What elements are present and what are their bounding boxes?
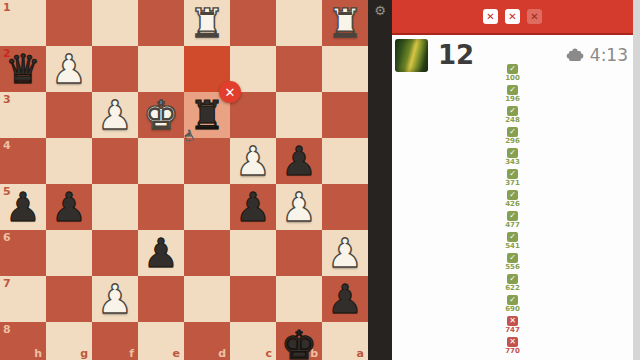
square-f5[interactable] (92, 184, 138, 230)
check-icon: ✓ (507, 211, 518, 221)
strike-indicator-2: ✕ (505, 9, 520, 24)
check-icon: ✓ (507, 190, 518, 200)
file-label: h (34, 348, 42, 359)
strike-indicator-1: ✕ (483, 9, 498, 24)
puzzle-rating: 556 (505, 264, 520, 271)
square-f4[interactable] (92, 138, 138, 184)
square-h8[interactable]: 8h (0, 322, 46, 360)
square-e6[interactable]: ♟ (138, 230, 184, 276)
square-c7[interactable] (230, 276, 276, 322)
check-icon: ✓ (507, 169, 518, 179)
square-h4[interactable]: 4 (0, 138, 46, 184)
puzzle-rating: 248 (505, 117, 520, 124)
black-piece-p-c5[interactable]: ♟ (230, 184, 276, 230)
check-icon: ✓ (507, 106, 518, 116)
square-e8[interactable]: e (138, 322, 184, 360)
puzzle-result-item: ✓296 (505, 127, 520, 145)
square-b3[interactable] (276, 92, 322, 138)
square-e1[interactable] (138, 0, 184, 46)
rank-label: 7 (3, 278, 11, 289)
white-piece-p-c4[interactable]: ♟ (230, 138, 276, 184)
square-a6[interactable]: ♟ (322, 230, 368, 276)
square-h1[interactable]: 1 (0, 0, 46, 46)
white-piece-r-d1[interactable]: ♜ (184, 0, 230, 46)
check-icon: ✓ (507, 85, 518, 95)
puzzle-rating: 541 (505, 243, 520, 250)
square-g1[interactable] (46, 0, 92, 46)
check-icon: ✓ (507, 253, 518, 263)
square-h7[interactable]: 7 (0, 276, 46, 322)
rank-label: 3 (3, 94, 11, 105)
black-piece-p-e6[interactable]: ♟ (138, 230, 184, 276)
check-icon: ✓ (507, 148, 518, 158)
square-f7[interactable]: ♟ (92, 276, 138, 322)
square-g6[interactable] (46, 230, 92, 276)
puzzle-rating: 343 (505, 159, 520, 166)
cross-icon: ✕ (507, 337, 518, 347)
square-d4[interactable] (184, 138, 230, 184)
square-c6[interactable] (230, 230, 276, 276)
square-e7[interactable] (138, 276, 184, 322)
square-a7[interactable]: ♟ (322, 276, 368, 322)
square-a1[interactable]: ♜ (322, 0, 368, 46)
black-piece-p-a7[interactable]: ♟ (322, 276, 368, 322)
square-f2[interactable] (92, 46, 138, 92)
file-label: c (265, 348, 272, 359)
square-g2[interactable]: ♟ (46, 46, 92, 92)
puzzle-result-item: ✓343 (505, 148, 520, 166)
square-a3[interactable] (322, 92, 368, 138)
rank-label: 2 (3, 48, 11, 59)
white-piece-r-a1[interactable]: ♜ (322, 0, 368, 46)
square-b1[interactable] (276, 0, 322, 46)
puzzle-rating: 296 (505, 138, 520, 145)
file-label: a (357, 348, 364, 359)
puzzle-rush-screen: 1♜♜2♛♟3♟♚♜4♟♟5♟♟♟♟6♟♟7♟♟8hgfedcb♚a ✕ ☝ ⚙… (0, 0, 640, 360)
square-h3[interactable]: 3 (0, 92, 46, 138)
square-g4[interactable] (46, 138, 92, 184)
white-piece-p-g2[interactable]: ♟ (46, 46, 92, 92)
square-a2[interactable] (322, 46, 368, 92)
file-label: d (218, 348, 226, 359)
square-g3[interactable] (46, 92, 92, 138)
square-a5[interactable] (322, 184, 368, 230)
check-icon: ✓ (507, 64, 518, 74)
check-icon: ✓ (507, 232, 518, 242)
square-c5[interactable]: ♟ (230, 184, 276, 230)
file-label: b (310, 348, 318, 359)
square-g8[interactable]: g (46, 322, 92, 360)
puzzle-rating: 622 (505, 285, 520, 292)
check-icon: ✓ (507, 295, 518, 305)
file-label: f (129, 348, 134, 359)
puzzle-result-item: ✕747 (505, 316, 520, 334)
puzzle-rating: 100 (505, 75, 520, 82)
timer-group: 4:13 (565, 45, 630, 65)
square-d7[interactable] (184, 276, 230, 322)
check-icon: ✓ (507, 274, 518, 284)
board-side-strip: ⚙ (368, 0, 392, 360)
puzzle-rush-panel: ✕✕✕ 12 4:13 ✓100✓196✓248✓296✓343✓371✓426… (392, 0, 633, 360)
wrong-move-badge-icon: ✕ (219, 81, 241, 103)
square-b2[interactable] (276, 46, 322, 92)
gear-icon[interactable]: ⚙ (374, 3, 386, 18)
square-c8[interactable]: c (230, 322, 276, 360)
square-a4[interactable] (322, 138, 368, 184)
puzzle-result-item: ✓622 (505, 274, 520, 292)
square-e4[interactable] (138, 138, 184, 184)
puzzle-rating: 196 (505, 96, 520, 103)
puzzle-result-item: ✓541 (505, 232, 520, 250)
square-h2[interactable]: 2♛ (0, 46, 46, 92)
black-piece-p-b4[interactable]: ♟ (276, 138, 322, 184)
square-e3[interactable]: ♚ (138, 92, 184, 138)
square-e2[interactable] (138, 46, 184, 92)
cross-icon: ✕ (507, 316, 518, 326)
strikes-bar: ✕✕✕ (392, 0, 633, 35)
check-icon: ✓ (507, 127, 518, 137)
rank-label: 8 (3, 324, 11, 335)
puzzle-result-item: ✓196 (505, 85, 520, 103)
puzzle-result-item: ✓100 (505, 64, 520, 82)
square-d1[interactable]: ♜ (184, 0, 230, 46)
square-f3[interactable]: ♟ (92, 92, 138, 138)
file-label: g (80, 348, 88, 359)
square-b8[interactable]: b♚ (276, 322, 322, 360)
puzzle-result-item: ✕770 (505, 337, 520, 355)
puzzle-rating: 426 (505, 201, 520, 208)
square-b6[interactable] (276, 230, 322, 276)
results-list: ✓100✓196✓248✓296✓343✓371✓426✓477✓541✓556… (392, 64, 633, 355)
puzzle-rating: 770 (505, 348, 520, 355)
square-g7[interactable] (46, 276, 92, 322)
puzzle-rating: 747 (505, 327, 520, 334)
square-b4[interactable]: ♟ (276, 138, 322, 184)
chess-board[interactable]: 1♜♜2♛♟3♟♚♜4♟♟5♟♟♟♟6♟♟7♟♟8hgfedcb♚a (0, 0, 368, 360)
square-e5[interactable] (138, 184, 184, 230)
white-piece-k-e3[interactable]: ♚ (138, 92, 184, 138)
white-piece-p-f7[interactable]: ♟ (92, 276, 138, 322)
square-f6[interactable] (92, 230, 138, 276)
square-h5[interactable]: 5♟ (0, 184, 46, 230)
square-a8[interactable]: a (322, 322, 368, 360)
square-b7[interactable] (276, 276, 322, 322)
rank-label: 5 (3, 186, 11, 197)
square-f1[interactable] (92, 0, 138, 46)
scrollbar[interactable] (633, 0, 640, 360)
black-piece-p-g5[interactable]: ♟ (46, 184, 92, 230)
square-d8[interactable]: d (184, 322, 230, 360)
rank-label: 6 (3, 232, 11, 243)
rank-label: 4 (3, 140, 11, 151)
puzzle-result-item: ✓371 (505, 169, 520, 187)
square-c4[interactable]: ♟ (230, 138, 276, 184)
square-g5[interactable]: ♟ (46, 184, 92, 230)
strike-indicator-3: ✕ (527, 9, 542, 24)
timer-value: 4:13 (590, 45, 628, 65)
puzzle-result-item: ✓248 (505, 106, 520, 124)
puzzle-result-item: ✓426 (505, 190, 520, 208)
square-c1[interactable] (230, 0, 276, 46)
puzzle-rating: 477 (505, 222, 520, 229)
puzzle-result-item: ✓690 (505, 295, 520, 313)
puzzle-rating: 690 (505, 306, 520, 313)
square-b5[interactable]: ♟ (276, 184, 322, 230)
white-piece-p-b5[interactable]: ♟ (276, 184, 322, 230)
puzzle-result-item: ✓477 (505, 211, 520, 229)
square-d6[interactable] (184, 230, 230, 276)
file-label: e (173, 348, 180, 359)
white-piece-p-a6[interactable]: ♟ (322, 230, 368, 276)
puzzle-result-item: ✓556 (505, 253, 520, 271)
puzzle-piece-icon (565, 47, 585, 63)
square-h6[interactable]: 6 (0, 230, 46, 276)
puzzle-rating: 371 (505, 180, 520, 187)
white-piece-p-f3[interactable]: ♟ (92, 92, 138, 138)
rank-label: 1 (3, 2, 11, 13)
square-d5[interactable] (184, 184, 230, 230)
square-f8[interactable]: f (92, 322, 138, 360)
